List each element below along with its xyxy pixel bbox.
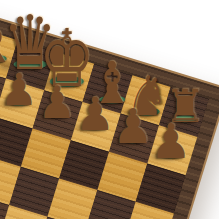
chessboard <box>0 5 209 219</box>
chessboard-frame <box>0 0 219 219</box>
chess-set-photo: ♝♛♚♝♞♜♟♟♟♟♟ <box>0 0 219 219</box>
